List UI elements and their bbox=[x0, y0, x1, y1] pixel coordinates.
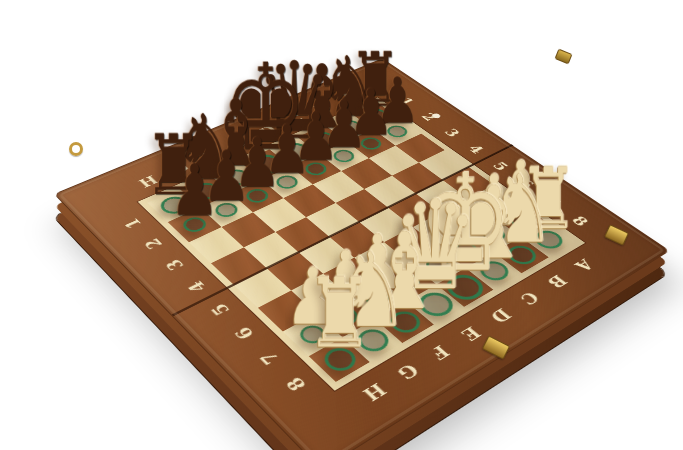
rook-glyph: ♜ bbox=[306, 265, 373, 361]
brass-ring-clasp bbox=[69, 142, 83, 156]
product-photo: HHGGFFEEDDCCBBAA1122334455667788 ♜♞♝♚♛♝♞… bbox=[0, 0, 683, 450]
board-face: HHGGFFEEDDCCBBAA1122334455667788 ♜♞♝♚♛♝♞… bbox=[54, 58, 670, 450]
pawn-glyph: ♟ bbox=[170, 155, 220, 226]
brass-hinge-far bbox=[554, 49, 572, 65]
chess-board: HHGGFFEEDDCCBBAA1122334455667788 ♜♞♝♚♛♝♞… bbox=[54, 58, 670, 450]
